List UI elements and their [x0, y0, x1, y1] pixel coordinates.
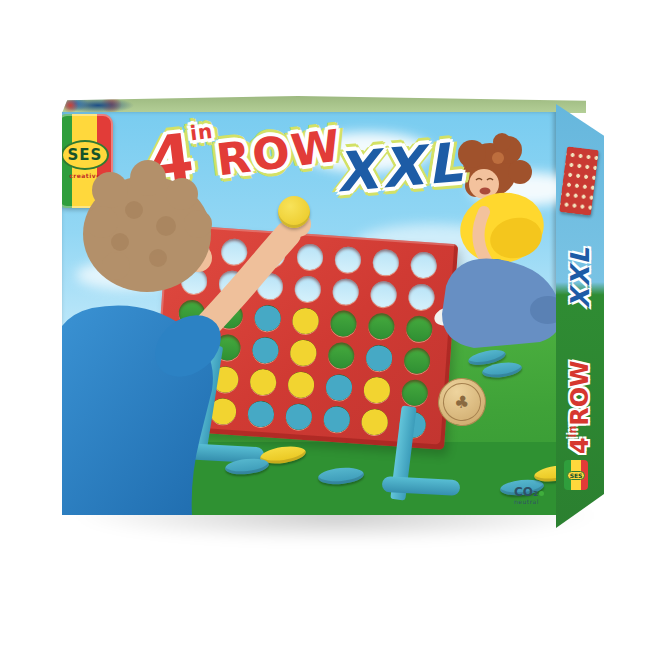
box-front-face: ●●●●●●●●●●●●●●●●●● ♣ [62, 112, 556, 515]
title-xxl: XXL [334, 132, 468, 203]
board-cell-r6c6: ● [361, 408, 389, 436]
boy-figure [62, 138, 340, 515]
co2-neutral-badge: CO₂ neutral [514, 486, 556, 507]
side-title-4row: 4inROW [566, 360, 594, 454]
co2-sub-text: neutral [514, 497, 556, 507]
box-top-face [62, 96, 586, 113]
side-ses-text: SES [567, 471, 586, 480]
side-title-xxl: XXL [565, 246, 595, 309]
yellow-disc: ● [361, 408, 389, 435]
boy-held-yellow-disc [278, 196, 310, 228]
wooden-tag-ring [440, 380, 484, 424]
yellow-disc: ● [363, 376, 391, 403]
girl-hair-highlight [492, 152, 504, 164]
girl-mouth [480, 188, 491, 195]
board-cell-r4c6: ● [365, 344, 393, 372]
side-miniboard-graphic [559, 146, 599, 215]
board-cell-r3c6 [368, 312, 396, 340]
blue-disc: ● [365, 344, 393, 371]
board-cell-r1c6 [372, 248, 400, 276]
side-ses-logo: SES [564, 460, 588, 490]
board-cell-r5c7 [401, 379, 429, 407]
product-photo: ●●●●●●●●●●●●●●●●●● ♣ [0, 0, 650, 650]
board-cell-r4c7 [403, 347, 431, 375]
box-side-face: 4inROW XXL SES [556, 104, 604, 528]
board-cell-r2c6 [370, 280, 398, 308]
boy-hair [83, 160, 212, 292]
leaf-icon [539, 491, 544, 496]
side-title: 4inROW XXL [556, 220, 604, 480]
board-cell-r5c6: ● [363, 376, 391, 404]
